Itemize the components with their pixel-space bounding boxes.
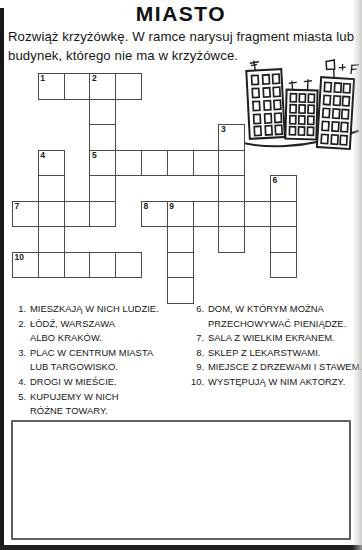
grid-cell-r7c7[interactable]	[167, 226, 194, 253]
clue-list-number: 10.	[186, 375, 204, 390]
grid-cell-r7c9[interactable]	[218, 226, 245, 253]
scan-edge-right-shadow	[352, 0, 362, 550]
clue-9: 9.MIEJSCE Z DRZEWAMI I STAWEM.	[186, 360, 362, 375]
clue-5: 5.KUPUJEMY W NICH RÓŻNE TOWARY.	[8, 390, 188, 419]
clue-list-number: 8.	[186, 346, 204, 361]
grid-cell-r3c9[interactable]	[218, 124, 245, 151]
clues-list-right: 6.DOM, W KTÓRYM MOŻNA PRZECHOWYWAĆ PIENI…	[186, 302, 362, 390]
grid-cell-r8c7[interactable]	[167, 252, 194, 279]
clue-list-number: 9.	[186, 360, 204, 375]
grid-cell-r6c3[interactable]	[64, 201, 91, 228]
clue-7: 7.SALA Z WIELKIM EKRANEM.	[186, 331, 362, 346]
window-icon	[333, 109, 340, 118]
window-icon	[340, 135, 347, 144]
worksheet-page: MIASTO Rozwiąż krzyżówkę. W ramce narysu…	[0, 0, 362, 550]
grid-cell-r3c4[interactable]	[89, 124, 116, 151]
clue-list-text: ŁÓDŹ, WARSZAWA ALBO KRAKÓW.	[30, 317, 115, 346]
clue-list-number: 7.	[186, 331, 204, 346]
clue-2: 2.ŁÓDŹ, WARSZAWA ALBO KRAKÓW.	[8, 317, 188, 346]
clue-list-number: 4.	[8, 375, 26, 390]
grid-cell-r4c2[interactable]	[38, 150, 65, 177]
grid-cell-r5c2[interactable]	[38, 175, 65, 202]
grid-cell-r6c2[interactable]	[38, 201, 65, 228]
grid-cell-r7c2[interactable]	[38, 226, 65, 253]
window-icon	[322, 121, 329, 130]
grid-cell-r8c11[interactable]	[270, 252, 297, 279]
grid-cell-r6c7[interactable]	[167, 201, 194, 228]
grid-cell-r8c2[interactable]	[38, 252, 65, 279]
window-icon	[323, 108, 330, 117]
window-icon	[342, 97, 349, 106]
antenna-icon	[250, 60, 260, 70]
window-icon	[324, 95, 331, 104]
grid-cell-r1c5[interactable]	[115, 73, 142, 100]
window-icon	[334, 83, 341, 92]
clue-list-number: 2.	[8, 317, 26, 332]
clue-6: 6.DOM, W KTÓRYM MOŻNA PRZECHOWYWAĆ PIENI…	[186, 302, 362, 331]
clue-10: 10.WYSTĘPUJĄ W NIM AKTORZY.	[186, 375, 362, 390]
grid-cell-r9c7[interactable]	[167, 277, 194, 304]
grid-cell-r4c5[interactable]	[115, 150, 142, 177]
clue-list-text: SKLEP Z LEKARSTWAMI.	[208, 346, 321, 361]
grid-cell-r7c11[interactable]	[270, 226, 297, 253]
grid-cell-r8c4[interactable]	[89, 252, 116, 279]
scan-edge-bottom	[0, 545, 362, 550]
scan-edge-left	[0, 8, 4, 550]
page-title: MIASTO	[0, 2, 362, 26]
grid-cell-r2c4[interactable]	[89, 99, 116, 126]
grid-cell-r6c9[interactable]	[218, 201, 245, 228]
clue-list-number: 3.	[8, 346, 26, 361]
window-icon	[341, 122, 348, 131]
window-icon	[343, 84, 350, 93]
crossword-grid: 12345678910	[12, 73, 310, 305]
clue-list-text: KUPUJEMY W NICH RÓŻNE TOWARY.	[30, 390, 119, 419]
clue-list-text: DOM, W KTÓRYM MOŻNA PRZECHOWYWAĆ PIENIĄD…	[208, 302, 346, 331]
clue-8: 8.SKLEP Z LEKARSTWAMI.	[186, 346, 362, 361]
grid-cell-r6c4[interactable]	[89, 201, 116, 228]
clue-list-number: 5.	[8, 390, 26, 405]
grid-cell-r4c6[interactable]	[141, 150, 168, 177]
clue-list-text: SALA Z WIELKIM EKRANEM.	[208, 331, 335, 346]
clue-1: 1.MIESZKAJĄ W NICH LUDZIE.	[8, 302, 188, 317]
grid-cell-r4c7[interactable]	[167, 150, 194, 177]
window-icon	[333, 96, 340, 105]
clue-list-text: DROGI W MIEŚCIE.	[30, 375, 117, 390]
window-icon	[331, 135, 338, 144]
window-icon	[324, 82, 331, 91]
grid-cell-r6c10[interactable]	[244, 201, 271, 228]
clue-list-text: PLAC W CENTRUM MIASTA LUB TARGOWISKO.	[30, 346, 153, 375]
grid-cell-r6c1[interactable]	[12, 201, 39, 228]
grid-cell-r6c6[interactable]	[141, 201, 168, 228]
clues-list-left: 1.MIESZKAJĄ W NICH LUDZIE.2.ŁÓDŹ, WARSZA…	[8, 302, 188, 419]
grid-cell-r1c2[interactable]	[38, 73, 65, 100]
grid-cell-r8c1[interactable]	[12, 252, 39, 279]
clue-3: 3.PLAC W CENTRUM MIASTA LUB TARGOWISKO.	[8, 346, 188, 375]
grid-cell-r6c11[interactable]	[270, 201, 297, 228]
flag-icon	[326, 59, 336, 70]
clue-list-text: MIESZKAJĄ W NICH LUDZIE.	[30, 302, 159, 317]
window-icon	[342, 109, 349, 118]
grid-cell-r4c4[interactable]	[89, 150, 116, 177]
grid-cell-r5c11[interactable]	[270, 175, 297, 202]
grid-cell-r8c3[interactable]	[64, 252, 91, 279]
clue-4: 4.DROGI W MIEŚCIE.	[8, 375, 188, 390]
grid-cell-r8c5[interactable]	[115, 252, 142, 279]
clue-list-text: WYSTĘPUJĄ W NIM AKTORZY.	[208, 375, 345, 390]
grid-cell-r5c4[interactable]	[89, 175, 116, 202]
grid-cell-r4c9[interactable]	[218, 150, 245, 177]
clue-list-text: MIEJSCE Z DRZEWAMI I STAWEM.	[208, 360, 362, 375]
window-icon	[332, 122, 339, 131]
clue-list-number: 6.	[186, 302, 204, 317]
clue-list-number: 1.	[8, 302, 26, 317]
grid-cell-r4c8[interactable]	[193, 150, 220, 177]
grid-cell-r1c4[interactable]	[89, 73, 116, 100]
window-icon	[321, 134, 328, 143]
grid-cell-r6c8[interactable]	[193, 201, 220, 228]
drawing-frame[interactable]	[11, 420, 351, 540]
grid-cell-r5c9[interactable]	[218, 175, 245, 202]
grid-cell-r1c3[interactable]	[64, 73, 91, 100]
